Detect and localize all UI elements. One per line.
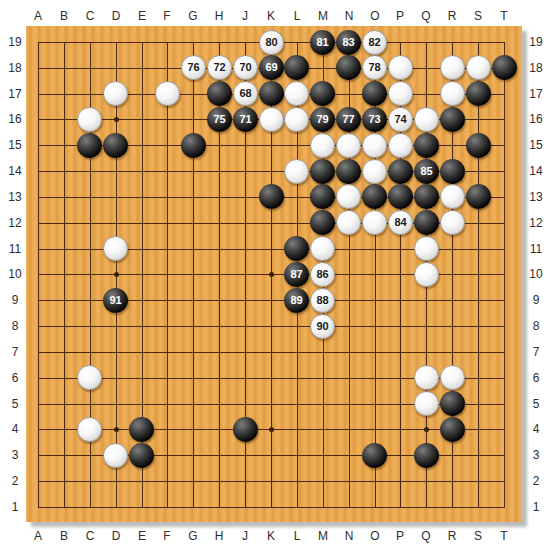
white-stone-D3 <box>103 443 128 468</box>
move-number: 73 <box>368 114 380 125</box>
row-label-right: 5 <box>533 397 540 411</box>
black-stone-Q13 <box>414 184 439 209</box>
black-stone-G15 <box>181 133 206 158</box>
black-stone-K13 <box>259 184 284 209</box>
black-stone-L11 <box>284 236 309 261</box>
black-stone-T18 <box>492 55 517 80</box>
black-stone-O17 <box>362 81 387 106</box>
white-stone-O18: 78 <box>362 55 387 80</box>
black-stone-M12 <box>310 210 335 235</box>
black-stone-D9: 91 <box>103 288 128 313</box>
black-stone-O16: 73 <box>362 107 387 132</box>
move-number: 75 <box>213 114 225 125</box>
black-stone-R14 <box>440 159 465 184</box>
move-number: 83 <box>342 37 354 48</box>
white-stone-G18: 76 <box>181 55 206 80</box>
white-stone-Q5 <box>414 391 439 416</box>
white-stone-O12 <box>362 210 387 235</box>
grid-line-horizontal <box>38 507 505 508</box>
white-stone-C4 <box>77 417 102 442</box>
white-stone-N12 <box>336 210 361 235</box>
star-point <box>114 427 119 432</box>
row-label-right: 11 <box>530 242 542 256</box>
row-label-left: 1 <box>12 500 19 514</box>
move-number: 91 <box>109 295 121 306</box>
column-label-bottom: H <box>215 529 224 543</box>
column-label-top: L <box>294 9 301 23</box>
black-stone-L9: 89 <box>284 288 309 313</box>
column-label-top: P <box>396 9 404 23</box>
column-label-bottom: B <box>60 529 68 543</box>
black-stone-E4 <box>129 417 154 442</box>
column-label-bottom: F <box>163 529 170 543</box>
black-stone-J16: 71 <box>233 107 258 132</box>
row-label-right: 12 <box>529 216 542 230</box>
column-label-top: S <box>474 9 482 23</box>
row-label-right: 10 <box>529 267 542 281</box>
column-label-bottom: Q <box>421 529 430 543</box>
row-label-right: 16 <box>529 112 542 126</box>
row-label-left: 7 <box>12 345 19 359</box>
move-number: 69 <box>265 62 277 73</box>
black-stone-H17 <box>207 81 232 106</box>
white-stone-J18: 70 <box>233 55 258 80</box>
white-stone-M10: 86 <box>310 262 335 287</box>
move-number: 79 <box>316 114 328 125</box>
column-label-bottom: K <box>267 529 275 543</box>
move-number: 86 <box>316 269 328 280</box>
star-point <box>269 427 274 432</box>
white-stone-C6 <box>77 365 102 390</box>
column-label-top: B <box>60 9 68 23</box>
black-stone-M19: 81 <box>310 30 335 55</box>
column-label-bottom: P <box>396 529 404 543</box>
column-label-bottom: M <box>318 529 328 543</box>
row-label-right: 8 <box>533 319 540 333</box>
column-label-top: R <box>448 9 457 23</box>
column-label-bottom: G <box>188 529 197 543</box>
column-label-bottom: R <box>448 529 457 543</box>
row-label-right: 9 <box>533 293 540 307</box>
column-label-top: C <box>86 9 95 23</box>
white-stone-L17 <box>284 81 309 106</box>
column-label-bottom: S <box>474 529 482 543</box>
move-number: 78 <box>368 62 380 73</box>
black-stone-Q3 <box>414 443 439 468</box>
grid-line-horizontal <box>38 326 505 327</box>
move-number: 81 <box>316 37 328 48</box>
grid-line-vertical <box>167 42 168 508</box>
move-number: 90 <box>316 321 328 332</box>
white-stone-Q6 <box>414 365 439 390</box>
white-stone-P15 <box>388 133 413 158</box>
column-label-bottom: E <box>138 529 146 543</box>
column-label-bottom: N <box>345 529 354 543</box>
move-number: 71 <box>239 114 251 125</box>
black-stone-L10: 87 <box>284 262 309 287</box>
star-point <box>114 272 119 277</box>
row-label-right: 6 <box>533 371 540 385</box>
column-label-top: T <box>500 9 507 23</box>
column-label-top: D <box>112 9 121 23</box>
black-stone-M17 <box>310 81 335 106</box>
black-stone-R16 <box>440 107 465 132</box>
column-label-top: G <box>188 9 197 23</box>
black-stone-L18 <box>284 55 309 80</box>
white-stone-L14 <box>284 159 309 184</box>
white-stone-J17: 68 <box>233 81 258 106</box>
white-stone-R17 <box>440 81 465 106</box>
star-point <box>114 117 119 122</box>
star-point <box>269 272 274 277</box>
white-stone-R13 <box>440 184 465 209</box>
column-label-top: K <box>267 9 275 23</box>
row-label-left: 6 <box>12 371 19 385</box>
column-label-top: O <box>370 9 379 23</box>
column-label-top: M <box>318 9 328 23</box>
black-stone-C15 <box>77 133 102 158</box>
black-stone-M14 <box>310 159 335 184</box>
column-label-bottom: T <box>500 529 507 543</box>
move-number: 77 <box>342 114 354 125</box>
white-stone-S18 <box>466 55 491 80</box>
move-number: 80 <box>265 37 277 48</box>
white-stone-P12: 84 <box>388 210 413 235</box>
black-stone-M16: 79 <box>310 107 335 132</box>
white-stone-K16 <box>259 107 284 132</box>
row-label-right: 2 <box>533 474 540 488</box>
black-stone-P13 <box>388 184 413 209</box>
row-label-right: 1 <box>533 500 540 514</box>
row-label-right: 13 <box>529 190 542 204</box>
white-stone-O19: 82 <box>362 30 387 55</box>
white-stone-R18 <box>440 55 465 80</box>
column-label-bottom: L <box>294 529 301 543</box>
column-label-top: Q <box>421 9 430 23</box>
black-stone-K17 <box>259 81 284 106</box>
row-label-right: 15 <box>529 138 542 152</box>
row-label-right: 7 <box>533 345 540 359</box>
black-stone-Q15 <box>414 133 439 158</box>
go-board: 8081838276727069786875717977737485848786… <box>26 26 522 522</box>
column-label-bottom: J <box>242 529 248 543</box>
column-label-bottom: O <box>370 529 379 543</box>
white-stone-M11 <box>310 236 335 261</box>
white-stone-D17 <box>103 81 128 106</box>
white-stone-M9: 88 <box>310 288 335 313</box>
black-stone-N19: 83 <box>336 30 361 55</box>
black-stone-K18: 69 <box>259 55 284 80</box>
white-stone-N13 <box>336 184 361 209</box>
move-number: 76 <box>187 62 199 73</box>
white-stone-P18 <box>388 55 413 80</box>
black-stone-J4 <box>233 417 258 442</box>
star-point <box>424 427 429 432</box>
black-stone-N18 <box>336 55 361 80</box>
white-stone-K19: 80 <box>259 30 284 55</box>
row-label-right: 17 <box>529 87 542 101</box>
white-stone-N15 <box>336 133 361 158</box>
grid-line-horizontal <box>38 481 505 482</box>
row-label-left: 5 <box>12 397 19 411</box>
white-stone-Q11 <box>414 236 439 261</box>
grid-line-vertical <box>193 42 194 508</box>
row-label-left: 4 <box>12 422 19 436</box>
move-number: 84 <box>394 217 406 228</box>
black-stone-M13 <box>310 184 335 209</box>
column-label-top: A <box>34 9 42 23</box>
move-number: 89 <box>290 295 302 306</box>
move-number: 74 <box>394 114 406 125</box>
white-stone-P17 <box>388 81 413 106</box>
white-stone-H18: 72 <box>207 55 232 80</box>
black-stone-S15 <box>466 133 491 158</box>
white-stone-R6 <box>440 365 465 390</box>
black-stone-P14 <box>388 159 413 184</box>
black-stone-Q14: 85 <box>414 159 439 184</box>
black-stone-N16: 77 <box>336 107 361 132</box>
move-number: 72 <box>213 62 225 73</box>
black-stone-R4 <box>440 417 465 442</box>
move-number: 68 <box>239 88 251 99</box>
row-label-left: 18 <box>8 61 21 75</box>
row-label-left: 3 <box>12 448 19 462</box>
row-label-left: 10 <box>8 267 21 281</box>
black-stone-O3 <box>362 443 387 468</box>
row-label-left: 11 <box>9 242 21 256</box>
white-stone-Q10 <box>414 262 439 287</box>
row-label-left: 17 <box>8 87 21 101</box>
row-label-left: 8 <box>12 319 19 333</box>
white-stone-M15 <box>310 133 335 158</box>
black-stone-E3 <box>129 443 154 468</box>
row-label-left: 12 <box>8 216 21 230</box>
row-label-right: 3 <box>533 448 540 462</box>
white-stone-C16 <box>77 107 102 132</box>
row-label-right: 4 <box>533 422 540 436</box>
row-label-left: 2 <box>12 474 19 488</box>
grid-line-vertical <box>38 42 39 508</box>
black-stone-S17 <box>466 81 491 106</box>
black-stone-R5 <box>440 391 465 416</box>
column-label-top: E <box>138 9 146 23</box>
column-label-bottom: D <box>112 529 121 543</box>
row-label-left: 15 <box>8 138 21 152</box>
white-stone-Q16 <box>414 107 439 132</box>
row-label-left: 13 <box>8 190 21 204</box>
black-stone-D15 <box>103 133 128 158</box>
move-number: 82 <box>368 37 380 48</box>
black-stone-H16: 75 <box>207 107 232 132</box>
column-label-top: N <box>345 9 354 23</box>
grid-line-vertical <box>64 42 65 508</box>
move-number: 85 <box>420 166 432 177</box>
row-label-left: 16 <box>8 112 21 126</box>
row-label-right: 18 <box>529 61 542 75</box>
move-number: 87 <box>290 269 302 280</box>
column-label-top: H <box>215 9 224 23</box>
go-diagram: 8081838276727069786875717977737485848786… <box>0 0 550 550</box>
grid-line-vertical <box>504 42 505 508</box>
white-stone-P16: 74 <box>388 107 413 132</box>
column-label-bottom: C <box>86 529 95 543</box>
row-label-right: 14 <box>529 164 542 178</box>
black-stone-Q12 <box>414 210 439 235</box>
grid-line-vertical <box>478 42 479 508</box>
row-label-left: 9 <box>12 293 19 307</box>
white-stone-L16 <box>284 107 309 132</box>
black-stone-N14 <box>336 159 361 184</box>
column-label-top: J <box>242 9 248 23</box>
row-label-left: 14 <box>8 164 21 178</box>
column-label-bottom: A <box>34 529 42 543</box>
black-stone-O13 <box>362 184 387 209</box>
move-number: 70 <box>239 62 251 73</box>
column-label-top: F <box>163 9 170 23</box>
black-stone-S13 <box>466 184 491 209</box>
white-stone-O15 <box>362 133 387 158</box>
move-number: 88 <box>316 295 328 306</box>
grid-line-horizontal <box>38 352 505 353</box>
white-stone-M8: 90 <box>310 314 335 339</box>
white-stone-R12 <box>440 210 465 235</box>
white-stone-F17 <box>155 81 180 106</box>
white-stone-O14 <box>362 159 387 184</box>
white-stone-D11 <box>103 236 128 261</box>
row-label-right: 19 <box>529 35 542 49</box>
row-label-left: 19 <box>8 35 21 49</box>
